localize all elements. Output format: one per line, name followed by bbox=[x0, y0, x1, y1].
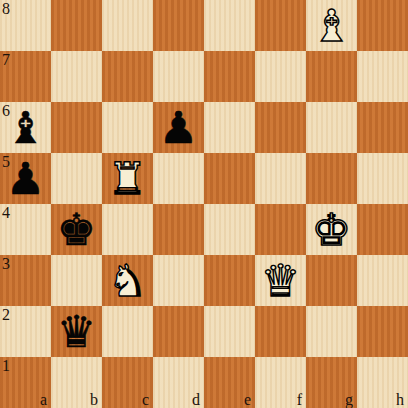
square-g2[interactable] bbox=[306, 306, 357, 357]
square-g5[interactable] bbox=[306, 153, 357, 204]
piece-black-queen-b2: ♛ bbox=[51, 306, 102, 357]
file-label-e: e bbox=[244, 392, 251, 408]
square-e6[interactable] bbox=[204, 102, 255, 153]
square-a4[interactable]: 4 bbox=[0, 204, 51, 255]
square-d8[interactable] bbox=[153, 0, 204, 51]
square-d2[interactable] bbox=[153, 306, 204, 357]
square-f2[interactable] bbox=[255, 306, 306, 357]
file-label-c: c bbox=[142, 392, 149, 408]
square-c5[interactable]: ♜ bbox=[102, 153, 153, 204]
square-b7[interactable] bbox=[51, 51, 102, 102]
rank-label-6: 6 bbox=[2, 103, 10, 119]
square-f6[interactable] bbox=[255, 102, 306, 153]
square-c7[interactable] bbox=[102, 51, 153, 102]
square-g6[interactable] bbox=[306, 102, 357, 153]
square-e3[interactable] bbox=[204, 255, 255, 306]
file-label-b: b bbox=[90, 392, 98, 408]
square-c1[interactable]: c bbox=[102, 357, 153, 408]
square-a8[interactable]: 8 bbox=[0, 0, 51, 51]
square-e7[interactable] bbox=[204, 51, 255, 102]
square-b5[interactable] bbox=[51, 153, 102, 204]
square-h2[interactable] bbox=[357, 306, 408, 357]
square-g3[interactable] bbox=[306, 255, 357, 306]
file-label-a: a bbox=[40, 392, 47, 408]
square-h3[interactable] bbox=[357, 255, 408, 306]
square-h8[interactable] bbox=[357, 0, 408, 51]
square-d6[interactable]: ♟ bbox=[153, 102, 204, 153]
square-e4[interactable] bbox=[204, 204, 255, 255]
rank-label-8: 8 bbox=[2, 1, 10, 17]
square-d4[interactable] bbox=[153, 204, 204, 255]
square-a6[interactable]: 6♝ bbox=[0, 102, 51, 153]
square-a2[interactable]: 2 bbox=[0, 306, 51, 357]
rank-label-1: 1 bbox=[2, 358, 10, 374]
piece-white-rook-c5: ♜ bbox=[102, 153, 153, 204]
square-c4[interactable] bbox=[102, 204, 153, 255]
square-a1[interactable]: 1a bbox=[0, 357, 51, 408]
square-h4[interactable] bbox=[357, 204, 408, 255]
rank-label-2: 2 bbox=[2, 307, 10, 323]
piece-black-king-b4: ♚ bbox=[51, 204, 102, 255]
square-f5[interactable] bbox=[255, 153, 306, 204]
square-g1[interactable]: g bbox=[306, 357, 357, 408]
square-f4[interactable] bbox=[255, 204, 306, 255]
file-label-h: h bbox=[396, 392, 404, 408]
square-h1[interactable]: h bbox=[357, 357, 408, 408]
piece-white-queen-f3: ♛ bbox=[255, 255, 306, 306]
rank-label-7: 7 bbox=[2, 52, 10, 68]
file-label-f: f bbox=[297, 392, 302, 408]
piece-white-bishop-g8: ♝ bbox=[306, 0, 357, 51]
chess-board: 8♝76♝♟5♟♜4♚♚3♞♛2♛1abcdefgh bbox=[0, 0, 408, 408]
piece-white-king-g4: ♚ bbox=[306, 204, 357, 255]
square-c2[interactable] bbox=[102, 306, 153, 357]
square-a5[interactable]: 5♟ bbox=[0, 153, 51, 204]
square-b6[interactable] bbox=[51, 102, 102, 153]
square-d7[interactable] bbox=[153, 51, 204, 102]
square-a3[interactable]: 3 bbox=[0, 255, 51, 306]
square-f3[interactable]: ♛ bbox=[255, 255, 306, 306]
square-h5[interactable] bbox=[357, 153, 408, 204]
square-f7[interactable] bbox=[255, 51, 306, 102]
square-b3[interactable] bbox=[51, 255, 102, 306]
square-a7[interactable]: 7 bbox=[0, 51, 51, 102]
square-b2[interactable]: ♛ bbox=[51, 306, 102, 357]
rank-label-3: 3 bbox=[2, 256, 10, 272]
square-f8[interactable] bbox=[255, 0, 306, 51]
square-f1[interactable]: f bbox=[255, 357, 306, 408]
square-e5[interactable] bbox=[204, 153, 255, 204]
square-h7[interactable] bbox=[357, 51, 408, 102]
piece-black-pawn-d6: ♟ bbox=[153, 102, 204, 153]
square-c6[interactable] bbox=[102, 102, 153, 153]
square-h6[interactable] bbox=[357, 102, 408, 153]
file-label-d: d bbox=[192, 392, 200, 408]
square-c3[interactable]: ♞ bbox=[102, 255, 153, 306]
square-e8[interactable] bbox=[204, 0, 255, 51]
square-c8[interactable] bbox=[102, 0, 153, 51]
rank-label-4: 4 bbox=[2, 205, 10, 221]
square-d1[interactable]: d bbox=[153, 357, 204, 408]
file-label-g: g bbox=[345, 392, 353, 408]
square-d5[interactable] bbox=[153, 153, 204, 204]
square-b1[interactable]: b bbox=[51, 357, 102, 408]
square-d3[interactable] bbox=[153, 255, 204, 306]
rank-label-5: 5 bbox=[2, 154, 10, 170]
square-g7[interactable] bbox=[306, 51, 357, 102]
square-e1[interactable]: e bbox=[204, 357, 255, 408]
square-g4[interactable]: ♚ bbox=[306, 204, 357, 255]
piece-white-knight-c3: ♞ bbox=[102, 255, 153, 306]
square-b8[interactable] bbox=[51, 0, 102, 51]
square-b4[interactable]: ♚ bbox=[51, 204, 102, 255]
square-e2[interactable] bbox=[204, 306, 255, 357]
square-g8[interactable]: ♝ bbox=[306, 0, 357, 51]
